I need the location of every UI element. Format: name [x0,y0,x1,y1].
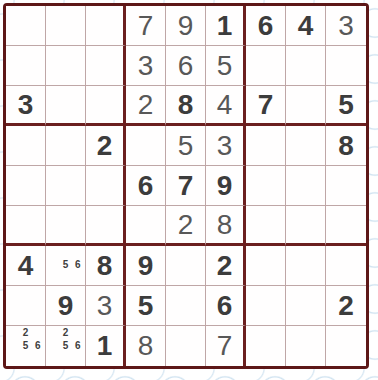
page-background: { "game": { "name": "sudoku", "grid_size… [0,0,378,380]
given-digit: 3 [18,91,34,119]
cell-r2c7[interactable] [246,46,286,86]
cell-r4c4[interactable] [126,126,166,166]
candidate-grid: 256 [47,327,84,365]
candidate-digit: 5 [59,340,71,353]
cell-r3c9[interactable]: 5 [326,86,366,126]
cell-r3c8[interactable] [286,86,326,126]
cell-r2c9[interactable] [326,46,366,86]
candidate-empty-slot [19,352,31,365]
cell-r5c5[interactable]: 7 [166,166,206,206]
cell-r6c1[interactable] [6,206,46,246]
cell-r1c5[interactable]: 9 [166,6,206,46]
candidate-grid: 256 [7,327,44,365]
cell-r5c1[interactable] [6,166,46,206]
given-digit: 1 [97,332,113,360]
user-digit: 7 [217,332,233,360]
candidate-empty-slot [7,327,19,340]
cell-r6c2[interactable] [46,206,86,246]
cell-r4c8[interactable] [286,126,326,166]
given-digit: 5 [338,91,354,119]
user-digit: 2 [178,211,194,239]
cell-r1c1[interactable] [6,6,46,46]
candidate-grid: 56 [47,247,84,284]
candidate-digit: 6 [72,259,84,271]
cell-r1c3[interactable] [86,6,126,46]
cell-r6c4[interactable] [126,206,166,246]
cell-r5c3[interactable] [86,166,126,206]
cell-r2c3[interactable] [86,46,126,86]
candidate-digit: 2 [59,327,71,340]
cell-r6c8[interactable] [286,206,326,246]
cell-r9c5[interactable] [166,326,206,366]
cell-r9c3[interactable]: 1 [86,326,126,366]
given-digit: 5 [138,292,154,320]
candidate-digit: 6 [72,340,84,353]
cell-r5c9[interactable] [326,166,366,206]
candidate-empty-slot [72,272,84,284]
cell-r7c5[interactable] [166,246,206,286]
cell-r9c6[interactable]: 7 [206,326,246,366]
cell-r6c6[interactable]: 8 [206,206,246,246]
user-digit: 3 [97,292,113,320]
given-digit: 4 [18,252,34,280]
given-digit: 9 [138,252,154,280]
cell-r2c4[interactable]: 3 [126,46,166,86]
user-digit: 8 [217,211,233,239]
candidate-empty-slot [7,340,19,353]
cell-r9c9[interactable] [326,326,366,366]
cell-r1c8[interactable]: 4 [286,6,326,46]
candidate-empty-slot [59,272,71,284]
cell-r1c9[interactable]: 3 [326,6,366,46]
cell-r2c5[interactable]: 6 [166,46,206,86]
cell-r2c8[interactable] [286,46,326,86]
cell-r1c4[interactable]: 7 [126,6,166,46]
candidate-digit: 6 [32,340,44,353]
given-digit: 6 [258,12,274,40]
given-digit: 2 [338,292,354,320]
cell-r7c3[interactable]: 8 [86,246,126,286]
given-digit: 7 [258,91,274,119]
cell-r8c1[interactable] [6,286,46,326]
given-digit: 8 [178,91,194,119]
candidate-empty-slot [59,352,71,365]
cell-r3c5[interactable]: 8 [166,86,206,126]
candidate-digit: 5 [59,259,71,271]
given-digit: 1 [217,12,233,40]
user-digit: 5 [178,132,194,160]
given-digit: 9 [217,172,233,200]
user-digit: 3 [138,52,154,80]
user-digit: 7 [138,12,154,40]
given-digit: 9 [58,292,74,320]
cell-r3c2[interactable] [46,86,86,126]
cell-r5c7[interactable] [246,166,286,206]
cell-r4c7[interactable] [246,126,286,166]
cell-r4c5[interactable]: 5 [166,126,206,166]
cell-r6c7[interactable] [246,206,286,246]
cell-r3c7[interactable]: 7 [246,86,286,126]
sudoku-board: 7916433653284752538679284568929356225625… [3,3,369,369]
candidate-empty-slot [47,327,59,340]
cell-r4c3[interactable]: 2 [86,126,126,166]
given-digit: 6 [217,292,233,320]
cell-r8c3[interactable]: 3 [86,286,126,326]
user-digit: 6 [178,52,194,80]
user-digit: 5 [217,52,233,80]
candidate-empty-slot [47,340,59,353]
cell-r7c8[interactable] [286,246,326,286]
given-digit: 8 [338,132,354,160]
user-digit: 8 [138,332,154,360]
cell-r1c2[interactable] [46,6,86,46]
candidate-empty-slot [7,352,19,365]
cell-r3c4[interactable]: 2 [126,86,166,126]
cell-r5c4[interactable]: 6 [126,166,166,206]
candidate-empty-slot [47,272,59,284]
candidate-empty-slot [47,259,59,271]
user-digit: 9 [178,12,194,40]
cell-r2c1[interactable] [6,46,46,86]
user-digit: 3 [217,132,233,160]
given-digit: 2 [217,252,233,280]
candidate-empty-slot [72,352,84,365]
user-digit: 2 [138,91,154,119]
candidate-empty-slot [47,352,59,365]
cell-r3c3[interactable] [86,86,126,126]
candidate-empty-slot [47,247,59,259]
cell-r4c1[interactable] [6,126,46,166]
cell-r5c8[interactable] [286,166,326,206]
cell-r8c9[interactable]: 2 [326,286,366,326]
candidate-empty-slot [59,247,71,259]
cell-r8c4[interactable]: 5 [126,286,166,326]
cell-r5c2[interactable] [46,166,86,206]
candidate-digit: 5 [19,340,31,353]
candidate-empty-slot [72,327,84,340]
cell-r6c9[interactable] [326,206,366,246]
cell-r8c6[interactable]: 6 [206,286,246,326]
cell-r9c8[interactable] [286,326,326,366]
cell-r7c2[interactable]: 56 [46,246,86,286]
candidate-empty-slot [32,352,44,365]
cell-r4c2[interactable] [46,126,86,166]
cell-r2c2[interactable] [46,46,86,86]
cell-r1c6[interactable]: 1 [206,6,246,46]
cell-r4c6[interactable]: 3 [206,126,246,166]
cell-r2c6[interactable]: 5 [206,46,246,86]
cell-r9c2[interactable]: 256 [46,326,86,366]
cell-r9c4[interactable]: 8 [126,326,166,366]
cell-r7c7[interactable] [246,246,286,286]
cell-r4c9[interactable]: 8 [326,126,366,166]
cell-r9c1[interactable]: 256 [6,326,46,366]
cell-r6c5[interactable]: 2 [166,206,206,246]
candidate-empty-slot [32,327,44,340]
candidate-digit: 2 [19,327,31,340]
given-digit: 6 [138,172,154,200]
user-digit: 3 [338,12,354,40]
candidate-empty-slot [72,247,84,259]
cell-r3c1[interactable]: 3 [6,86,46,126]
cell-r9c7[interactable] [246,326,286,366]
given-digit: 7 [178,172,194,200]
given-digit: 4 [298,12,314,40]
cell-r8c7[interactable] [246,286,286,326]
given-digit: 2 [97,132,113,160]
cell-r7c9[interactable] [326,246,366,286]
cell-r3c6[interactable]: 4 [206,86,246,126]
cell-r7c1[interactable]: 4 [6,246,46,286]
cell-r7c4[interactable]: 9 [126,246,166,286]
given-digit: 8 [97,252,113,280]
cell-r5c6[interactable]: 9 [206,166,246,206]
cell-r8c5[interactable] [166,286,206,326]
cell-r8c2[interactable]: 9 [46,286,86,326]
cell-r8c8[interactable] [286,286,326,326]
cell-r7c6[interactable]: 2 [206,246,246,286]
user-digit: 4 [217,91,233,119]
cell-r1c7[interactable]: 6 [246,6,286,46]
cell-r6c3[interactable] [86,206,126,246]
